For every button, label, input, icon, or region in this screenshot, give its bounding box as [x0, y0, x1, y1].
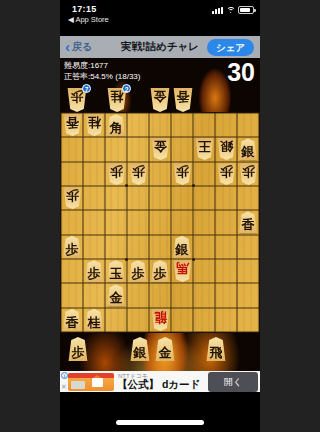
piece-銀-sente[interactable]: 銀: [173, 236, 192, 258]
piece-tile: 香: [173, 88, 193, 112]
piece-歩-sente[interactable]: 歩: [63, 236, 82, 258]
cell-7-6[interactable]: [105, 235, 127, 259]
puzzle-stats: 難易度:1677 正答率:54.5% (18/33) 30: [60, 58, 260, 88]
piece-glyph: 金: [159, 344, 172, 361]
cell-7-4[interactable]: [105, 186, 127, 210]
back-to-app-breadcrumb[interactable]: ◀ App Store: [68, 15, 109, 24]
cell-7-7[interactable]: 玉: [105, 259, 127, 283]
piece-glyph: 銀: [176, 241, 189, 258]
cell-8-9[interactable]: 桂: [83, 308, 105, 332]
cell-4-4[interactable]: [171, 186, 193, 210]
cell-3-2[interactable]: 王: [193, 137, 215, 161]
cell-9-2[interactable]: [61, 137, 83, 161]
piece-glyph: 桂: [88, 314, 101, 331]
piece-glyph: 飛: [210, 344, 223, 361]
piece-歩-sente[interactable]: 歩: [151, 260, 170, 282]
piece-桂-gote[interactable]: 桂: [85, 114, 104, 136]
cell-5-3[interactable]: [149, 162, 171, 186]
cell-9-6[interactable]: 歩: [61, 235, 83, 259]
cell-4-5[interactable]: [171, 210, 193, 234]
piece-glyph: 王: [198, 138, 211, 155]
cell-6-2[interactable]: [127, 137, 149, 161]
cell-8-4[interactable]: [83, 186, 105, 210]
share-button[interactable]: シェア: [207, 39, 254, 56]
piece-歩-gote[interactable]: 歩: [129, 163, 148, 185]
star-point: [192, 258, 195, 261]
piece-glyph: 金: [154, 138, 167, 155]
piece-tile: 金: [150, 88, 170, 112]
ad-open-button[interactable]: 開く: [208, 372, 258, 392]
cell-8-8[interactable]: [83, 283, 105, 307]
piece-tile: 歩: [68, 337, 88, 361]
piece-金-gote[interactable]: 金: [151, 138, 170, 160]
piece-馬-gote[interactable]: 馬: [173, 260, 192, 282]
cell-7-9[interactable]: [105, 308, 127, 332]
piece-glyph: 桂: [88, 114, 101, 131]
piece-歩-gote[interactable]: 歩: [63, 187, 82, 209]
piece-glyph: 金: [154, 88, 167, 105]
cell-8-6[interactable]: [83, 235, 105, 259]
cell-4-2[interactable]: [171, 137, 193, 161]
cell-3-3[interactable]: [193, 162, 215, 186]
piece-歩-sente[interactable]: 歩: [129, 260, 148, 282]
cell-7-8[interactable]: 金: [105, 283, 127, 307]
cell-4-9[interactable]: [171, 308, 193, 332]
battery-icon: [238, 6, 254, 14]
piece-glyph: 馬: [176, 260, 189, 277]
accuracy-label: 正答率:54.5% (18/33): [64, 71, 140, 82]
cell-7-5[interactable]: [105, 210, 127, 234]
piece-銀-gote[interactable]: 銀: [217, 138, 236, 160]
shogi-board: 香桂角金王銀銀歩歩歩歩歩歩香歩銀歩玉歩歩馬金香桂龍: [60, 112, 260, 333]
cell-3-1[interactable]: [193, 113, 215, 137]
piece-tile: 飛: [206, 337, 226, 361]
piece-歩-gote[interactable]: 歩: [239, 163, 258, 185]
cell-3-5[interactable]: [193, 210, 215, 234]
cell-4-1[interactable]: [171, 113, 193, 137]
cell-6-7[interactable]: 歩: [127, 259, 149, 283]
piece-桂-sente[interactable]: 桂: [85, 309, 104, 331]
cellular-signal-icon: [212, 7, 223, 14]
piece-glyph: 玉: [110, 265, 123, 282]
cell-5-1[interactable]: [149, 113, 171, 137]
cell-8-3[interactable]: [83, 162, 105, 186]
cell-2-5[interactable]: [215, 210, 237, 234]
piece-glyph: 歩: [110, 163, 123, 180]
cell-7-1[interactable]: 角: [105, 113, 127, 137]
cell-9-7[interactable]: [61, 259, 83, 283]
cell-4-8[interactable]: [171, 283, 193, 307]
cell-1-5[interactable]: 香: [237, 210, 259, 234]
piece-金-sente[interactable]: 金: [107, 284, 126, 306]
cell-2-7[interactable]: [215, 259, 237, 283]
hand-piece-歩[interactable]: 歩: [68, 337, 88, 361]
ad-close-icon[interactable]: ✕: [61, 383, 67, 390]
cell-6-6[interactable]: [127, 235, 149, 259]
piece-glyph: 香: [66, 114, 79, 131]
cell-5-5[interactable]: [149, 210, 171, 234]
piece-glyph: 歩: [220, 163, 233, 180]
piece-歩-gote[interactable]: 歩: [173, 163, 192, 185]
piece-玉-sente[interactable]: 玉: [107, 260, 126, 282]
cell-6-9[interactable]: [127, 308, 149, 332]
status-icons: [212, 6, 254, 14]
cell-6-4[interactable]: [127, 186, 149, 210]
hand-piece-香[interactable]: 香: [173, 88, 193, 112]
hand-piece-銀[interactable]: 銀: [130, 337, 150, 361]
piece-glyph: 歩: [154, 265, 167, 282]
piece-香-sente[interactable]: 香: [63, 309, 82, 331]
piece-角-sente[interactable]: 角: [107, 114, 126, 136]
ad-headline[interactable]: 【公式】 dカード: [117, 378, 200, 392]
piece-glyph: 歩: [242, 163, 255, 180]
piece-歩-gote[interactable]: 歩: [107, 163, 126, 185]
ad-info-icon[interactable]: i: [61, 372, 68, 379]
status-bar: 17:15 ◀ App Store: [60, 0, 260, 36]
cell-2-9[interactable]: [215, 308, 237, 332]
piece-glyph: 香: [177, 88, 190, 105]
cell-1-7[interactable]: [237, 259, 259, 283]
piece-tile: 銀: [130, 337, 150, 361]
cell-9-1[interactable]: 香: [61, 113, 83, 137]
piece-glyph: 銀: [134, 344, 147, 361]
cell-5-2[interactable]: 金: [149, 137, 171, 161]
cell-7-3[interactable]: 歩: [105, 162, 127, 186]
cell-2-2[interactable]: 銀: [215, 137, 237, 161]
cell-2-3[interactable]: 歩: [215, 162, 237, 186]
difficulty-label: 難易度:1677: [64, 60, 108, 71]
cell-5-8[interactable]: [149, 283, 171, 307]
star-point: [125, 258, 128, 261]
piece-glyph: 歩: [72, 344, 85, 361]
piece-香-sente[interactable]: 香: [239, 211, 258, 233]
clock: 17:15: [72, 4, 97, 14]
cell-4-6[interactable]: 銀: [171, 235, 193, 259]
piece-龍-gote[interactable]: 龍: [151, 309, 170, 331]
piece-歩-gote[interactable]: 歩: [217, 163, 236, 185]
piece-glyph: 龍: [154, 309, 167, 326]
cell-6-8[interactable]: [127, 283, 149, 307]
cell-1-4[interactable]: [237, 186, 259, 210]
nav-bar: ‹ 戻る 実戦!詰めチャレ シェア: [60, 36, 260, 58]
hand-piece-桂[interactable]: 桂2: [107, 88, 127, 112]
piece-glyph: 銀: [220, 138, 233, 155]
piece-glyph: 香: [242, 216, 255, 233]
cell-1-2[interactable]: 銀: [237, 137, 259, 161]
piece-glyph: 歩: [132, 265, 145, 282]
cell-3-9[interactable]: [193, 308, 215, 332]
hand-piece-金[interactable]: 金: [155, 337, 175, 361]
cell-6-5[interactable]: [127, 210, 149, 234]
cell-4-3[interactable]: 歩: [171, 162, 193, 186]
piece-glyph: 歩: [132, 163, 145, 180]
wifi-icon: [226, 7, 235, 14]
piece-glyph: 金: [110, 289, 123, 306]
piece-glyph: 香: [66, 314, 79, 331]
cell-1-8[interactable]: [237, 283, 259, 307]
countdown-timer: 30: [227, 58, 255, 86]
cell-2-6[interactable]: [215, 235, 237, 259]
cell-2-1[interactable]: [215, 113, 237, 137]
cell-5-9[interactable]: 龍: [149, 308, 171, 332]
cell-1-6[interactable]: [237, 235, 259, 259]
cell-8-1[interactable]: 桂: [83, 113, 105, 137]
piece-tile: 金: [155, 337, 175, 361]
cell-9-9[interactable]: 香: [61, 308, 83, 332]
ad-thumbnail[interactable]: [68, 373, 114, 391]
hand-piece-歩[interactable]: 歩7: [67, 88, 87, 112]
cell-4-7[interactable]: 馬: [171, 259, 193, 283]
cell-1-3[interactable]: 歩: [237, 162, 259, 186]
cell-3-7[interactable]: [193, 259, 215, 283]
piece-glyph: 銀: [242, 143, 255, 160]
cell-9-4[interactable]: 歩: [61, 186, 83, 210]
hand-piece-金[interactable]: 金: [150, 88, 170, 112]
cell-6-1[interactable]: [127, 113, 149, 137]
cell-2-4[interactable]: [215, 186, 237, 210]
cell-8-2[interactable]: [83, 137, 105, 161]
cell-3-8[interactable]: [193, 283, 215, 307]
cell-9-3[interactable]: [61, 162, 83, 186]
star-point: [192, 184, 195, 187]
app-screen: 17:15 ◀ App Store ‹ 戻る 実戦!詰めチャレ シェア 難易度:…: [60, 0, 260, 432]
piece-香-gote[interactable]: 香: [63, 114, 82, 136]
cell-7-2[interactable]: [105, 137, 127, 161]
cell-3-6[interactable]: [193, 235, 215, 259]
cell-9-8[interactable]: [61, 283, 83, 307]
cell-5-4[interactable]: [149, 186, 171, 210]
piece-glyph: 歩: [88, 265, 101, 282]
cell-2-8[interactable]: [215, 283, 237, 307]
cell-9-5[interactable]: [61, 210, 83, 234]
piece-glyph: 歩: [176, 163, 189, 180]
piece-銀-sente[interactable]: 銀: [239, 138, 258, 160]
piece-歩-sente[interactable]: 歩: [85, 260, 104, 282]
cell-6-3[interactable]: 歩: [127, 162, 149, 186]
cell-8-5[interactable]: [83, 210, 105, 234]
piece-glyph: 角: [110, 119, 123, 136]
bottom-bar: [60, 392, 260, 432]
cell-5-6[interactable]: [149, 235, 171, 259]
piece-glyph: 歩: [66, 187, 79, 204]
piece-glyph: 歩: [66, 241, 79, 258]
home-indicator[interactable]: [116, 420, 204, 425]
cell-8-7[interactable]: 歩: [83, 259, 105, 283]
cell-1-1[interactable]: [237, 113, 259, 137]
cell-5-7[interactable]: 歩: [149, 259, 171, 283]
cell-3-4[interactable]: [193, 186, 215, 210]
ad-banner[interactable]: i ✕ NTTドコモ 【公式】 dカード 開く: [60, 371, 260, 392]
hand-piece-飛[interactable]: 飛: [206, 337, 226, 361]
cell-1-9[interactable]: [237, 308, 259, 332]
piece-王-gote[interactable]: 王: [195, 138, 214, 160]
